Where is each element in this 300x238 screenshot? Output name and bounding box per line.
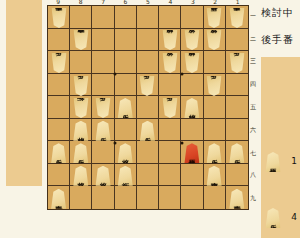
square-9d[interactable] xyxy=(48,74,70,97)
square-1i[interactable]: 香車 xyxy=(226,186,248,209)
piece-香車-9a[interactable]: 香車 xyxy=(50,8,67,28)
square-4e[interactable]: 歩兵 xyxy=(159,96,181,119)
file-label-3: 3 xyxy=(182,0,204,5)
square-7d[interactable] xyxy=(92,74,114,97)
square-2b[interactable]: 玉将 xyxy=(204,29,226,52)
square-1e[interactable] xyxy=(226,96,248,119)
rank-label-2: 二 xyxy=(250,28,256,51)
square-1c[interactable]: 歩兵 xyxy=(226,51,248,74)
square-2d[interactable]: 歩兵 xyxy=(204,74,226,97)
piece-歩兵-8d[interactable]: 歩兵 xyxy=(72,76,89,96)
square-7c[interactable] xyxy=(92,51,114,74)
piece-桂馬-2a[interactable]: 桂馬 xyxy=(206,8,223,28)
square-8f[interactable]: 銀将 xyxy=(70,119,92,142)
square-4c[interactable]: 金将 xyxy=(159,51,181,74)
square-6d[interactable] xyxy=(115,74,137,97)
square-2f[interactable] xyxy=(204,119,226,142)
square-8h[interactable]: 玉将 xyxy=(70,164,92,187)
piece-金将-7h[interactable]: 金将 xyxy=(95,166,112,186)
square-9e[interactable] xyxy=(48,96,70,119)
piece-歩兵-1g[interactable]: 歩兵 xyxy=(228,143,245,163)
piece-歩兵-6e[interactable]: 歩兵 xyxy=(117,98,134,118)
piece-歩兵-9g[interactable]: 歩兵 xyxy=(50,143,67,163)
piece-香車-9i[interactable]: 香車 xyxy=(50,189,67,209)
square-7a[interactable] xyxy=(92,6,114,29)
highlighted-piece-桂馬-3g[interactable]: 桂馬 xyxy=(183,143,200,163)
square-6h[interactable]: 角行 xyxy=(115,164,137,187)
square-1d[interactable] xyxy=(226,74,248,97)
square-7f[interactable]: 歩兵 xyxy=(92,119,114,142)
piece-香車-1a[interactable]: 香車 xyxy=(228,8,245,28)
hand-count-歩兵: 4 xyxy=(291,212,297,222)
square-3c[interactable]: 銀将 xyxy=(181,51,203,74)
square-9g[interactable]: 歩兵 xyxy=(48,141,70,164)
square-5e[interactable] xyxy=(137,96,159,119)
board-grid: 香車桂馬香車飛車銀将金将玉将歩兵金将銀将歩兵歩兵歩兵歩兵角行歩兵歩兵歩兵銀将銀将… xyxy=(48,6,248,209)
square-7h[interactable]: 金将 xyxy=(92,164,114,187)
square-1b[interactable] xyxy=(226,29,248,52)
square-4i[interactable] xyxy=(159,186,181,209)
piece-金将-4c[interactable]: 金将 xyxy=(161,53,178,73)
square-7e[interactable]: 歩兵 xyxy=(92,96,114,119)
square-2e[interactable] xyxy=(204,96,226,119)
square-9h[interactable] xyxy=(48,164,70,187)
file-label-2: 2 xyxy=(204,0,226,5)
square-3e[interactable]: 銀将 xyxy=(181,96,203,119)
rank-label-3: 三 xyxy=(250,51,256,74)
shogi-board: 香車桂馬香車飛車銀将金将玉将歩兵金将銀将歩兵歩兵歩兵歩兵角行歩兵歩兵歩兵銀将銀将… xyxy=(47,5,249,210)
square-1g[interactable]: 歩兵 xyxy=(226,141,248,164)
rank-label-6: 六 xyxy=(250,119,256,142)
file-label-4: 4 xyxy=(159,0,181,5)
file-label-6: 6 xyxy=(114,0,136,5)
square-3a[interactable] xyxy=(181,6,203,29)
square-9b[interactable] xyxy=(48,29,70,52)
piece-飛車-8b[interactable]: 飛車 xyxy=(72,30,89,50)
gote-hand-tray xyxy=(6,0,42,186)
rank-label-9: 九 xyxy=(250,187,256,210)
piece-歩兵-9c[interactable]: 歩兵 xyxy=(50,53,67,73)
square-2h[interactable]: 飛車 xyxy=(204,164,226,187)
piece-銀将-3c[interactable]: 銀将 xyxy=(183,53,200,73)
piece-歩兵-2d[interactable]: 歩兵 xyxy=(206,76,223,96)
star-point xyxy=(181,142,184,145)
piece-角行-6h[interactable]: 角行 xyxy=(117,166,134,186)
star-point xyxy=(181,73,184,76)
square-2i[interactable] xyxy=(204,186,226,209)
piece-歩兵-2g[interactable]: 歩兵 xyxy=(206,143,223,163)
square-6f[interactable] xyxy=(115,119,137,142)
piece-香車-1i[interactable]: 香車 xyxy=(228,189,245,209)
square-5i[interactable] xyxy=(137,186,159,209)
square-9c[interactable]: 歩兵 xyxy=(48,51,70,74)
square-1h[interactable] xyxy=(226,164,248,187)
piece-銀将-3e[interactable]: 銀将 xyxy=(183,98,200,118)
piece-歩兵-8g[interactable]: 歩兵 xyxy=(72,143,89,163)
square-7g[interactable] xyxy=(92,141,114,164)
square-4a[interactable] xyxy=(159,6,181,29)
square-5a[interactable] xyxy=(137,6,159,29)
hand-piece-桂馬[interactable]: 桂馬 xyxy=(265,152,282,172)
square-2g[interactable]: 歩兵 xyxy=(204,141,226,164)
piece-玉将-8h[interactable]: 玉将 xyxy=(72,166,89,186)
square-5f[interactable]: 歩兵 xyxy=(137,119,159,142)
piece-飛車-2h[interactable]: 飛車 xyxy=(206,166,223,186)
square-6c[interactable] xyxy=(115,51,137,74)
star-point xyxy=(114,142,117,145)
file-label-5: 5 xyxy=(137,0,159,5)
square-7i[interactable] xyxy=(92,186,114,209)
piece-歩兵-7f[interactable]: 歩兵 xyxy=(95,121,112,141)
rank-label-8: 八 xyxy=(250,164,256,187)
square-8i[interactable] xyxy=(70,186,92,209)
piece-金将-6g[interactable]: 金将 xyxy=(117,143,134,163)
square-5h[interactable] xyxy=(137,164,159,187)
file-label-8: 8 xyxy=(69,0,91,5)
file-coordinates: 987654321 xyxy=(47,0,249,5)
piece-銀将-8f[interactable]: 銀将 xyxy=(72,121,89,141)
square-6g[interactable]: 金将 xyxy=(115,141,137,164)
square-8d[interactable]: 歩兵 xyxy=(70,74,92,97)
piece-角行-8e[interactable]: 角行 xyxy=(72,98,89,118)
square-5g[interactable] xyxy=(137,141,159,164)
piece-歩兵-7e[interactable]: 歩兵 xyxy=(95,98,112,118)
hand-count-桂馬: 1 xyxy=(291,156,297,166)
square-2a[interactable]: 桂馬 xyxy=(204,6,226,29)
square-6e[interactable]: 歩兵 xyxy=(115,96,137,119)
hand-entry-歩兵[interactable]: 歩兵4 xyxy=(262,205,298,231)
status-analyzing-label: 検討中 xyxy=(261,6,294,20)
rank-label-7: 七 xyxy=(250,142,256,165)
square-3f[interactable] xyxy=(181,119,203,142)
square-3h[interactable] xyxy=(181,164,203,187)
square-8b[interactable]: 飛車 xyxy=(70,29,92,52)
piece-玉将-2b[interactable]: 玉将 xyxy=(206,30,223,50)
square-4d[interactable] xyxy=(159,74,181,97)
piece-歩兵-4e[interactable]: 歩兵 xyxy=(161,98,178,118)
square-4g[interactable] xyxy=(159,141,181,164)
shogi-analysis-app: 香車桂馬香車飛車銀将金将玉将歩兵金将銀将歩兵歩兵歩兵歩兵角行歩兵歩兵歩兵銀将銀将… xyxy=(0,0,300,238)
square-3g[interactable]: 桂馬 xyxy=(181,141,203,164)
square-3i[interactable] xyxy=(181,186,203,209)
star-point xyxy=(114,73,117,76)
square-2c[interactable] xyxy=(204,51,226,74)
square-6i[interactable] xyxy=(115,186,137,209)
square-9a[interactable]: 香車 xyxy=(48,6,70,29)
square-8c[interactable] xyxy=(70,51,92,74)
square-9i[interactable]: 香車 xyxy=(48,186,70,209)
file-label-7: 7 xyxy=(92,0,114,5)
square-4h[interactable] xyxy=(159,164,181,187)
square-1a[interactable]: 香車 xyxy=(226,6,248,29)
hand-piece-歩兵[interactable]: 歩兵 xyxy=(265,208,282,228)
square-7b[interactable] xyxy=(92,29,114,52)
square-3d[interactable] xyxy=(181,74,203,97)
sente-hand-tray: 桂馬1歩兵4 xyxy=(261,57,300,238)
square-6b[interactable] xyxy=(115,29,137,52)
piece-歩兵-5f[interactable]: 歩兵 xyxy=(139,121,156,141)
square-8e[interactable]: 角行 xyxy=(70,96,92,119)
square-5b[interactable] xyxy=(137,29,159,52)
rank-label-5: 五 xyxy=(250,96,256,119)
piece-金将-3b[interactable]: 金将 xyxy=(183,30,200,50)
piece-銀将-4b[interactable]: 銀将 xyxy=(161,30,178,50)
file-label-1: 1 xyxy=(227,0,249,5)
square-3b[interactable]: 金将 xyxy=(181,29,203,52)
square-5d[interactable]: 歩兵 xyxy=(137,74,159,97)
piece-歩兵-1c[interactable]: 歩兵 xyxy=(228,53,245,73)
square-4f[interactable] xyxy=(159,119,181,142)
rank-label-1: 一 xyxy=(250,5,256,28)
rank-coordinates: 一二三四五六七八九 xyxy=(250,5,256,210)
square-1f[interactable] xyxy=(226,119,248,142)
rank-label-4: 四 xyxy=(250,73,256,96)
square-8g[interactable]: 歩兵 xyxy=(70,141,92,164)
square-6a[interactable] xyxy=(115,6,137,29)
file-label-9: 9 xyxy=(47,0,69,5)
square-8a[interactable] xyxy=(70,6,92,29)
square-9f[interactable] xyxy=(48,119,70,142)
square-5c[interactable] xyxy=(137,51,159,74)
status-turn-label: 後手番 xyxy=(261,33,294,47)
hand-entry-桂馬[interactable]: 桂馬1 xyxy=(262,149,298,175)
piece-歩兵-5d[interactable]: 歩兵 xyxy=(139,76,156,96)
square-4b[interactable]: 銀将 xyxy=(159,29,181,52)
